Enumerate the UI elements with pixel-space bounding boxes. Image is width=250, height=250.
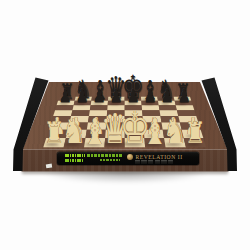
piece-black-pawn-g7[interactable]: ♟ [160, 87, 173, 106]
chess-computer-photo: ♜♞♝♛♚♝♞♜♟♟♟♟♟♟♟♟♟♟♟♟♟♟♟♟♜♞♝♛♚♝♞♜ REVELAT… [0, 0, 250, 250]
piece-black-pawn-a7[interactable]: ♟ [59, 87, 72, 106]
piece-black-pawn-b7[interactable]: ♟ [76, 87, 89, 106]
piece-white-rook-h1[interactable]: ♜ [185, 119, 206, 149]
piece-black-pawn-h7[interactable]: ♟ [177, 87, 190, 106]
piece-black-pawn-c7[interactable]: ♟ [93, 87, 106, 106]
board-pieces: ♜♞♝♛♚♝♞♜♟♟♟♟♟♟♟♟♟♟♟♟♟♟♟♟♜♞♝♛♚♝♞♜ [0, 0, 250, 250]
